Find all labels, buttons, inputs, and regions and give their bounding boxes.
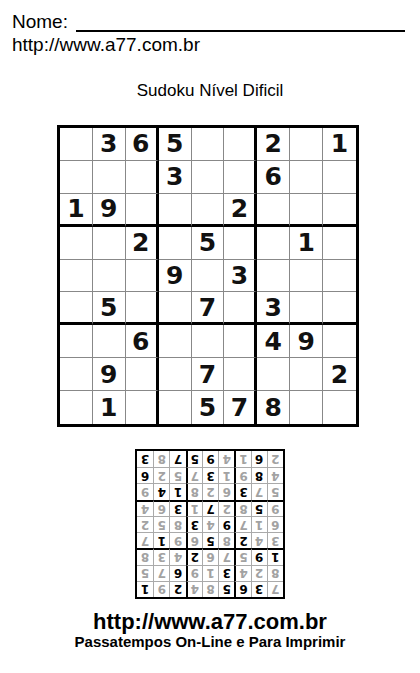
puzzle-cell-r7c1[interactable] <box>60 325 93 358</box>
solution-cell-r5c1: 6 <box>267 516 283 532</box>
solution-cell-r8c7: 5 <box>169 467 185 483</box>
solution-cell-r1c5: 8 <box>202 581 218 597</box>
puzzle-cell-r5c1[interactable] <box>60 260 93 293</box>
solution-cell-r3c1: 1 <box>267 548 283 564</box>
solution-cell-r6c3: 8 <box>234 500 250 516</box>
puzzle-cell-r6c5: 7 <box>192 292 225 325</box>
solution-cell-r1c4: 5 <box>218 581 234 597</box>
puzzle-cell-r3c6: 2 <box>224 194 257 227</box>
solution-cell-r9c1: 2 <box>267 451 283 467</box>
solution-cell-r1c8: 9 <box>153 581 169 597</box>
puzzle-cell-r4c6[interactable] <box>224 227 257 260</box>
puzzle-cell-r8c2: 9 <box>93 358 126 391</box>
solution-cell-r4c4: 8 <box>218 532 234 548</box>
puzzle-cell-r9c1[interactable] <box>60 391 93 424</box>
puzzle-cell-r1c4: 5 <box>159 128 192 161</box>
puzzle-cell-r4c1[interactable] <box>60 227 93 260</box>
puzzle-cell-r4c5: 5 <box>192 227 225 260</box>
puzzle-cell-r4c3: 2 <box>126 227 159 260</box>
solution-cell-r3c9: 8 <box>137 548 153 564</box>
puzzle-cell-r6c4[interactable] <box>159 292 192 325</box>
solution-cell-r1c9: 1 <box>137 581 153 597</box>
solution-cell-r9c3: 1 <box>234 451 250 467</box>
puzzle-cell-r9c9 <box>323 391 356 424</box>
puzzle-cell-r5c8[interactable] <box>290 260 323 293</box>
puzzle-cell-r9c5: 5 <box>192 391 225 424</box>
puzzle-cell-r7c3: 6 <box>126 325 159 358</box>
solution-cell-r2c6: 9 <box>186 565 202 581</box>
puzzle-cell-r7c5[interactable] <box>192 325 225 358</box>
solution-cell-r7c5: 2 <box>202 483 218 499</box>
solution-cell-r8c2: 8 <box>251 467 267 483</box>
puzzle-cell-r5c7[interactable] <box>257 260 290 293</box>
solution-cell-r2c2: 2 <box>251 565 267 581</box>
puzzle-cell-r9c4[interactable] <box>159 391 192 424</box>
solution-cell-r8c9: 6 <box>137 467 153 483</box>
solution-cell-r9c5: 9 <box>202 451 218 467</box>
solution-cell-r9c7: 7 <box>169 451 185 467</box>
solution-cell-r2c7: 6 <box>169 565 185 581</box>
solution-cell-r2c1: 8 <box>267 565 283 581</box>
solution-cell-r2c4: 3 <box>218 565 234 581</box>
solution-cell-r3c7: 4 <box>169 548 185 564</box>
puzzle-cell-r4c2[interactable] <box>93 227 126 260</box>
puzzle-cell-r3c9[interactable] <box>323 194 356 227</box>
puzzle-cell-r9c2: 1 <box>93 391 126 424</box>
puzzle-cell-r3c3[interactable] <box>126 194 159 227</box>
solution-cell-r6c4: 2 <box>218 500 234 516</box>
printable-sudoku-page: Nome: http://www.a77.com.br Sudoku Nível… <box>0 0 420 673</box>
solution-cell-r3c8: 3 <box>153 548 169 564</box>
name-fill-line <box>76 30 405 32</box>
puzzle-cell-r6c7: 3 <box>257 292 290 325</box>
puzzle-cell-r7c6[interactable] <box>224 325 257 358</box>
solution-cell-r8c6: 7 <box>186 467 202 483</box>
solution-cell-r6c6: 1 <box>186 500 202 516</box>
puzzle-cell-r5c2[interactable] <box>93 260 126 293</box>
puzzle-cell-r2c8[interactable] <box>290 161 323 194</box>
solution-cell-r2c3: 4 <box>234 565 250 581</box>
sudoku-solution-grid-upside-down: 7365842918243196751957624383428569176179… <box>135 449 285 599</box>
puzzle-cell-r8c9: 2 <box>323 358 356 391</box>
puzzle-cell-r8c5: 7 <box>192 358 225 391</box>
sudoku-puzzle-grid[interactable]: 3652136192251935736499721578 <box>57 125 359 427</box>
solution-cell-r9c6: 5 <box>186 451 202 467</box>
puzzle-cell-r5c4: 9 <box>159 260 192 293</box>
solution-cell-r4c6: 6 <box>186 532 202 548</box>
puzzle-cell-r3c2: 9 <box>93 194 126 227</box>
solution-cell-r6c5: 7 <box>202 500 218 516</box>
solution-cell-r7c4: 6 <box>218 483 234 499</box>
puzzle-cell-r3c8[interactable] <box>290 194 323 227</box>
puzzle-cell-r5c9[interactable] <box>323 260 356 293</box>
solution-cell-r4c7: 9 <box>169 532 185 548</box>
solution-cell-r5c9: 2 <box>137 516 153 532</box>
puzzle-cell-r1c9: 1 <box>323 128 356 161</box>
puzzle-cell-r2c7: 6 <box>257 161 290 194</box>
solution-cell-r5c8: 5 <box>153 516 169 532</box>
solution-cell-r6c1: 9 <box>267 500 283 516</box>
solution-cell-r1c6: 4 <box>186 581 202 597</box>
puzzle-cell-r1c1[interactable] <box>60 128 93 161</box>
puzzle-cell-r2c1[interactable] <box>60 161 93 194</box>
solution-cell-r4c9: 7 <box>137 532 153 548</box>
solution-cell-r4c5: 5 <box>202 532 218 548</box>
puzzle-cell-r8c4[interactable] <box>159 358 192 391</box>
puzzle-cell-r5c5[interactable] <box>192 260 225 293</box>
puzzle-cell-r6c9[interactable] <box>323 292 356 325</box>
puzzle-cell-r7c7: 4 <box>257 325 290 358</box>
solution-cell-r7c8: 4 <box>153 483 169 499</box>
puzzle-cell-r4c7[interactable] <box>257 227 290 260</box>
puzzle-cell-r5c3[interactable] <box>126 260 159 293</box>
puzzle-cell-r9c3[interactable] <box>126 391 159 424</box>
solution-cell-r7c6: 8 <box>186 483 202 499</box>
solution-cell-r6c2: 5 <box>251 500 267 516</box>
solution-cell-r5c2: 1 <box>251 516 267 532</box>
solution-cell-r7c7: 1 <box>169 483 185 499</box>
solution-cell-r4c8: 1 <box>153 532 169 548</box>
name-label: Nome: <box>12 11 68 33</box>
puzzle-cell-r3c7[interactable] <box>257 194 290 227</box>
puzzle-cell-r1c8[interactable] <box>290 128 323 161</box>
solution-cell-r1c7: 2 <box>169 581 185 597</box>
solution-cell-r5c5: 4 <box>202 516 218 532</box>
solution-cell-r7c3: 3 <box>234 483 250 499</box>
puzzle-cell-r6c8[interactable] <box>290 292 323 325</box>
solution-cell-r3c5: 6 <box>202 548 218 564</box>
solution-cell-r9c4: 4 <box>218 451 234 467</box>
puzzle-cell-r4c8: 1 <box>290 227 323 260</box>
puzzle-cell-r8c8[interactable] <box>290 358 323 391</box>
puzzle-cell-r8c7[interactable] <box>257 358 290 391</box>
solution-cell-r8c5: 3 <box>202 467 218 483</box>
solution-cell-r7c9: 9 <box>137 483 153 499</box>
puzzle-cell-r9c8[interactable] <box>290 391 323 424</box>
solution-cell-r9c8: 8 <box>153 451 169 467</box>
puzzle-cell-r1c7: 2 <box>257 128 290 161</box>
puzzle-cell-r1c5[interactable] <box>192 128 225 161</box>
puzzle-title: Sudoku Nível Dificil <box>0 81 420 101</box>
puzzle-cell-r7c9[interactable] <box>323 325 356 358</box>
puzzle-cell-r4c9[interactable] <box>323 227 356 260</box>
puzzle-cell-r2c6[interactable] <box>224 161 257 194</box>
solution-cell-r9c9: 3 <box>137 451 153 467</box>
solution-cell-r3c3: 5 <box>234 548 250 564</box>
solution-cell-r7c2: 7 <box>251 483 267 499</box>
puzzle-cell-r1c2: 3 <box>93 128 126 161</box>
solution-cell-r5c7: 8 <box>169 516 185 532</box>
solution-cell-r9c2: 6 <box>251 451 267 467</box>
puzzle-cell-r4c4[interactable] <box>159 227 192 260</box>
solution-cell-r1c3: 6 <box>234 581 250 597</box>
puzzle-cell-r3c1: 1 <box>60 194 93 227</box>
puzzle-cell-r7c4[interactable] <box>159 325 192 358</box>
puzzle-cell-r2c9[interactable] <box>323 161 356 194</box>
solution-cell-r3c2: 9 <box>251 548 267 564</box>
solution-cell-r2c5: 1 <box>202 565 218 581</box>
solution-cell-r1c2: 3 <box>251 581 267 597</box>
solution-cell-r6c8: 6 <box>153 500 169 516</box>
puzzle-cell-r3c4[interactable] <box>159 194 192 227</box>
solution-cell-r4c1: 3 <box>267 532 283 548</box>
puzzle-cell-r9c6: 7 <box>224 391 257 424</box>
puzzle-cell-r9c7: 8 <box>257 391 290 424</box>
site-url: http://www.a77.com.br <box>12 34 200 56</box>
puzzle-cell-r6c3[interactable] <box>126 292 159 325</box>
puzzle-cell-r7c2[interactable] <box>93 325 126 358</box>
puzzle-cell-r8c3[interactable] <box>126 358 159 391</box>
footer-tagline: Passatempos On-Line e Para Imprimir <box>0 633 420 650</box>
puzzle-cell-r7c8: 9 <box>290 325 323 358</box>
puzzle-cell-r1c3: 6 <box>126 128 159 161</box>
solution-cell-r5c3: 7 <box>234 516 250 532</box>
puzzle-cell-r8c1[interactable] <box>60 358 93 391</box>
puzzle-cell-r2c3[interactable] <box>126 161 159 194</box>
puzzle-cell-r5c6: 3 <box>224 260 257 293</box>
solution-cell-r7c1: 5 <box>267 483 283 499</box>
solution-cell-r6c9: 4 <box>137 500 153 516</box>
solution-cell-r8c1: 4 <box>267 467 283 483</box>
puzzle-cell-r6c1[interactable] <box>60 292 93 325</box>
puzzle-cell-r6c2: 5 <box>93 292 126 325</box>
solution-cell-r5c4: 9 <box>218 516 234 532</box>
puzzle-cell-r3c5[interactable] <box>192 194 225 227</box>
footer-url: http://www.a77.com.br <box>0 609 420 635</box>
puzzle-cell-r2c2[interactable] <box>93 161 126 194</box>
solution-cell-r8c4: 1 <box>218 467 234 483</box>
solution-cell-r4c2: 4 <box>251 532 267 548</box>
puzzle-cell-r1c6[interactable] <box>224 128 257 161</box>
puzzle-cell-r2c4: 3 <box>159 161 192 194</box>
solution-cell-r1c1: 7 <box>267 581 283 597</box>
puzzle-cell-r6c6[interactable] <box>224 292 257 325</box>
solution-cell-r8c8: 2 <box>153 467 169 483</box>
solution-cell-r3c4: 7 <box>218 548 234 564</box>
solution-cell-r3c6: 2 <box>186 548 202 564</box>
solution-cell-r6c7: 3 <box>169 500 185 516</box>
solution-cell-r2c8: 7 <box>153 565 169 581</box>
puzzle-cell-r2c5[interactable] <box>192 161 225 194</box>
solution-cell-r4c3: 2 <box>234 532 250 548</box>
solution-cell-r5c6: 3 <box>186 516 202 532</box>
puzzle-cell-r8c6[interactable] <box>224 358 257 391</box>
solution-cell-r2c9: 5 <box>137 565 153 581</box>
solution-cell-r8c3: 9 <box>234 467 250 483</box>
